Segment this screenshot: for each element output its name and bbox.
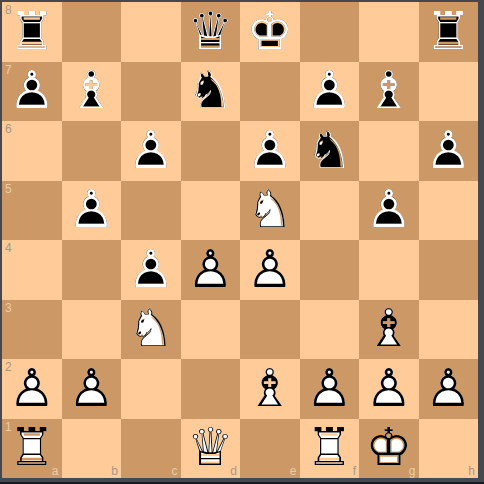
- piece-white-knight[interactable]: ♞♘: [121, 300, 181, 360]
- square-h6[interactable]: ♟♙: [419, 121, 479, 181]
- square-d6[interactable]: [181, 121, 241, 181]
- piece-black-rook[interactable]: ♜♖: [419, 2, 479, 62]
- piece-black-pawn[interactable]: ♟♙: [359, 181, 419, 241]
- piece-black-knight[interactable]: ♞♘: [181, 62, 241, 122]
- piece-black-pawn[interactable]: ♟♙: [300, 62, 360, 122]
- square-a1[interactable]: 1a♜♖: [2, 419, 62, 479]
- piece-white-knight[interactable]: ♞♘: [240, 181, 300, 241]
- square-g4[interactable]: [359, 240, 419, 300]
- square-h1[interactable]: h: [419, 419, 479, 479]
- square-b7[interactable]: ♝♗: [62, 62, 122, 122]
- square-d4[interactable]: ♟♙: [181, 240, 241, 300]
- square-c2[interactable]: [121, 359, 181, 419]
- piece-white-rook[interactable]: ♜♖: [300, 419, 360, 479]
- board-frame: 8♜♖♛♕♚♔♜♖7♟♙♝♗♞♘♟♙♝♗6♟♙♟♙♞♘♟♙5♟♙♞♘♟♙4♟♙♟…: [0, 0, 484, 484]
- square-d5[interactable]: [181, 181, 241, 241]
- square-b4[interactable]: [62, 240, 122, 300]
- square-d8[interactable]: ♛♕: [181, 2, 241, 62]
- square-c6[interactable]: ♟♙: [121, 121, 181, 181]
- square-c5[interactable]: [121, 181, 181, 241]
- square-h3[interactable]: [419, 300, 479, 360]
- square-f7[interactable]: ♟♙: [300, 62, 360, 122]
- square-g8[interactable]: [359, 2, 419, 62]
- file-label-b: b: [111, 465, 118, 477]
- square-b6[interactable]: [62, 121, 122, 181]
- square-f4[interactable]: [300, 240, 360, 300]
- file-label-c: c: [172, 465, 178, 477]
- piece-black-pawn[interactable]: ♟♙: [121, 121, 181, 181]
- square-e7[interactable]: [240, 62, 300, 122]
- square-h5[interactable]: [419, 181, 479, 241]
- piece-black-pawn[interactable]: ♟♙: [62, 181, 122, 241]
- piece-black-pawn[interactable]: ♟♙: [419, 121, 479, 181]
- rank-label-5: 5: [5, 183, 12, 195]
- square-b3[interactable]: [62, 300, 122, 360]
- square-a2[interactable]: 2♟♙: [2, 359, 62, 419]
- square-h4[interactable]: [419, 240, 479, 300]
- file-label-h: h: [468, 465, 475, 477]
- piece-white-king[interactable]: ♚♔: [359, 419, 419, 479]
- rank-label-6: 6: [5, 123, 12, 135]
- square-e1[interactable]: e: [240, 419, 300, 479]
- square-f5[interactable]: [300, 181, 360, 241]
- piece-white-queen[interactable]: ♛♕: [181, 419, 241, 479]
- chess-board: 8♜♖♛♕♚♔♜♖7♟♙♝♗♞♘♟♙♝♗6♟♙♟♙♞♘♟♙5♟♙♞♘♟♙4♟♙♟…: [2, 2, 478, 478]
- square-d7[interactable]: ♞♘: [181, 62, 241, 122]
- square-d3[interactable]: [181, 300, 241, 360]
- piece-white-rook[interactable]: ♜♖: [2, 419, 62, 479]
- square-g2[interactable]: ♟♙: [359, 359, 419, 419]
- square-f8[interactable]: [300, 2, 360, 62]
- square-e6[interactable]: ♟♙: [240, 121, 300, 181]
- square-c1[interactable]: c: [121, 419, 181, 479]
- piece-black-queen[interactable]: ♛♕: [181, 2, 241, 62]
- square-a3[interactable]: 3: [2, 300, 62, 360]
- piece-black-bishop[interactable]: ♝♗: [359, 62, 419, 122]
- square-a8[interactable]: 8♜♖: [2, 2, 62, 62]
- piece-black-pawn[interactable]: ♟♙: [2, 62, 62, 122]
- piece-black-rook[interactable]: ♜♖: [2, 2, 62, 62]
- square-e8[interactable]: ♚♔: [240, 2, 300, 62]
- square-b2[interactable]: ♟♙: [62, 359, 122, 419]
- square-a6[interactable]: 6: [2, 121, 62, 181]
- piece-black-pawn[interactable]: ♟♙: [121, 240, 181, 300]
- piece-white-pawn[interactable]: ♟♙: [419, 359, 479, 419]
- square-f3[interactable]: [300, 300, 360, 360]
- square-h2[interactable]: ♟♙: [419, 359, 479, 419]
- square-b5[interactable]: ♟♙: [62, 181, 122, 241]
- square-c3[interactable]: ♞♘: [121, 300, 181, 360]
- square-h8[interactable]: ♜♖: [419, 2, 479, 62]
- piece-white-bishop[interactable]: ♝♗: [359, 300, 419, 360]
- piece-black-king[interactable]: ♚♔: [240, 2, 300, 62]
- square-d1[interactable]: d♛♕: [181, 419, 241, 479]
- square-g5[interactable]: ♟♙: [359, 181, 419, 241]
- piece-white-pawn[interactable]: ♟♙: [300, 359, 360, 419]
- rank-label-4: 4: [5, 242, 12, 254]
- square-g6[interactable]: [359, 121, 419, 181]
- piece-white-pawn[interactable]: ♟♙: [62, 359, 122, 419]
- piece-white-pawn[interactable]: ♟♙: [181, 240, 241, 300]
- square-d2[interactable]: [181, 359, 241, 419]
- square-f2[interactable]: ♟♙: [300, 359, 360, 419]
- square-e5[interactable]: ♞♘: [240, 181, 300, 241]
- square-c8[interactable]: [121, 2, 181, 62]
- square-h7[interactable]: [419, 62, 479, 122]
- square-c7[interactable]: [121, 62, 181, 122]
- piece-black-pawn[interactable]: ♟♙: [240, 121, 300, 181]
- square-e2[interactable]: ♝♗: [240, 359, 300, 419]
- piece-black-knight[interactable]: ♞♘: [300, 121, 360, 181]
- square-g3[interactable]: ♝♗: [359, 300, 419, 360]
- piece-white-pawn[interactable]: ♟♙: [240, 240, 300, 300]
- square-e4[interactable]: ♟♙: [240, 240, 300, 300]
- square-c4[interactable]: ♟♙: [121, 240, 181, 300]
- square-f1[interactable]: f♜♖: [300, 419, 360, 479]
- square-b1[interactable]: b: [62, 419, 122, 479]
- piece-white-bishop[interactable]: ♝♗: [240, 359, 300, 419]
- piece-white-pawn[interactable]: ♟♙: [2, 359, 62, 419]
- square-e3[interactable]: [240, 300, 300, 360]
- square-a5[interactable]: 5: [2, 181, 62, 241]
- rank-label-3: 3: [5, 302, 12, 314]
- square-a7[interactable]: 7♟♙: [2, 62, 62, 122]
- square-a4[interactable]: 4: [2, 240, 62, 300]
- square-b8[interactable]: [62, 2, 122, 62]
- piece-black-bishop[interactable]: ♝♗: [62, 62, 122, 122]
- square-f6[interactable]: ♞♘: [300, 121, 360, 181]
- square-g1[interactable]: g♚♔: [359, 419, 419, 479]
- piece-white-pawn[interactable]: ♟♙: [359, 359, 419, 419]
- square-g7[interactable]: ♝♗: [359, 62, 419, 122]
- file-label-e: e: [290, 465, 297, 477]
